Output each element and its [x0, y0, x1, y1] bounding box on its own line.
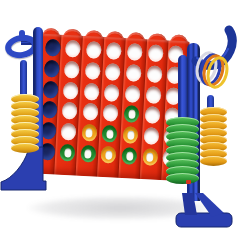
- empty-hole: [61, 123, 77, 141]
- board-cell: [83, 39, 105, 61]
- board-cell: [99, 123, 121, 145]
- empty-hole: [62, 102, 78, 120]
- board-cell: [42, 37, 64, 59]
- empty-hole: [83, 103, 99, 121]
- board-cell: [102, 61, 124, 83]
- empty-hole: [103, 104, 119, 122]
- logo-sticker: [186, 180, 191, 184]
- product-photo: [0, 0, 240, 240]
- board-cell: [120, 124, 142, 146]
- floor-shadow: [28, 196, 212, 220]
- board-cell: [80, 101, 102, 123]
- empty-hole: [143, 127, 159, 145]
- board-cell: [100, 102, 122, 124]
- empty-hole: [147, 44, 163, 62]
- board-cell: [119, 145, 141, 167]
- orange-yellow-ring: [200, 156, 227, 166]
- board-cell: [123, 62, 145, 84]
- empty-hole: [63, 81, 79, 99]
- board-cell: [82, 60, 104, 82]
- empty-hole: [126, 64, 142, 82]
- yellow-disc: [142, 148, 158, 166]
- empty-hole: [144, 107, 160, 125]
- board-cell: [139, 146, 161, 168]
- yellow-disc: [81, 124, 97, 142]
- board-cell: [121, 103, 143, 125]
- empty-hole: [65, 40, 81, 58]
- empty-hole: [44, 60, 60, 78]
- board-cell: [145, 42, 167, 64]
- board-cell: [81, 80, 103, 102]
- board-cell: [141, 105, 163, 127]
- yellow-disc: [123, 126, 139, 144]
- empty-hole: [125, 85, 141, 103]
- green-ring-stack: [166, 117, 199, 184]
- empty-hole: [84, 83, 100, 101]
- green-disc: [124, 106, 140, 124]
- empty-hole: [86, 41, 102, 59]
- empty-hole: [104, 84, 120, 102]
- empty-hole: [41, 101, 57, 119]
- green-disc: [102, 125, 118, 143]
- hoop-knob: [19, 30, 25, 38]
- board-cell: [122, 83, 144, 105]
- orange-ring-stack: [200, 107, 227, 166]
- board-cell: [77, 143, 99, 165]
- board-cell: [57, 142, 79, 164]
- board-cell: [98, 144, 120, 166]
- yellow-ring: [11, 143, 39, 153]
- board-cell: [61, 59, 83, 81]
- board-cell: [59, 100, 81, 122]
- board-cell: [60, 79, 82, 101]
- board-cell: [79, 122, 101, 144]
- empty-hole: [45, 39, 61, 57]
- board-cell: [140, 125, 162, 147]
- board-cell: [142, 84, 164, 106]
- board-cell: [143, 63, 165, 85]
- yellow-ring-stack: [11, 94, 39, 153]
- board-cell: [101, 82, 123, 104]
- empty-hole: [127, 43, 143, 61]
- empty-hole: [106, 42, 122, 60]
- empty-hole: [105, 63, 121, 81]
- empty-hole: [85, 62, 101, 80]
- green-disc: [80, 145, 96, 163]
- yellow-disc: [101, 146, 117, 164]
- empty-hole: [145, 86, 161, 104]
- board-grid: [36, 37, 186, 169]
- green-ring: [166, 173, 199, 184]
- green-stack-pole: [178, 55, 188, 125]
- green-disc: [60, 144, 76, 162]
- board-cell: [103, 40, 125, 62]
- board-cell: [41, 58, 63, 80]
- board-cell: [62, 38, 84, 60]
- empty-hole: [146, 65, 162, 83]
- green-disc: [121, 147, 137, 165]
- board-cell: [124, 41, 146, 63]
- board-cell: [58, 121, 80, 143]
- empty-hole: [64, 61, 80, 79]
- empty-hole: [43, 80, 59, 98]
